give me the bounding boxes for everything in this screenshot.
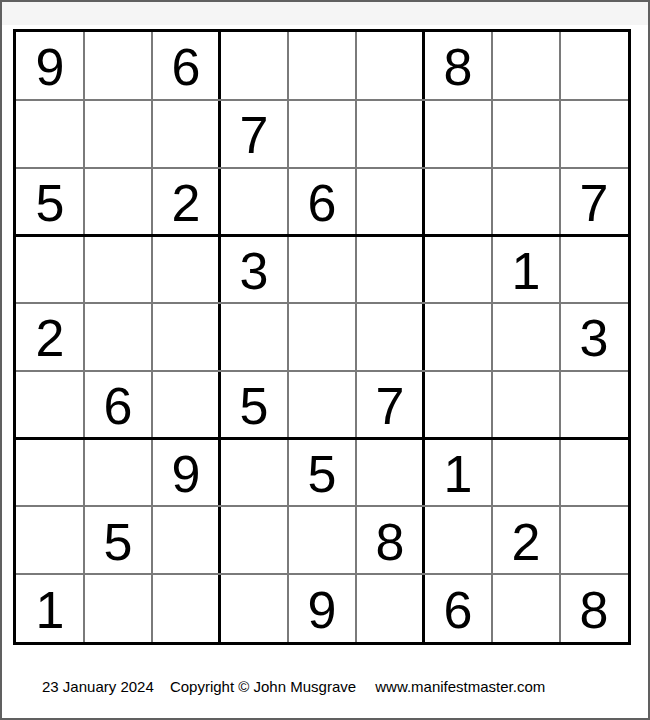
cell-r5c4[interactable] [220,303,288,371]
sudoku-grid: 9687526731236579515821968 [13,29,631,645]
cell-r4c7[interactable] [424,235,492,303]
cell-r5c9[interactable]: 3 [560,303,628,371]
cell-r8c4[interactable] [220,506,288,574]
cell-r2c7[interactable] [424,100,492,168]
cell-r7c5[interactable]: 5 [288,439,356,507]
cell-r6c1[interactable] [16,371,84,439]
cell-r3c4[interactable] [220,168,288,236]
cell-r2c6[interactable] [356,100,424,168]
given-digit: 2 [36,312,65,364]
sudoku-cells: 9687526731236579515821968 [16,32,628,642]
given-digit: 7 [240,109,269,161]
cell-r6c5[interactable] [288,371,356,439]
cell-r7c9[interactable] [560,439,628,507]
footer-copyright: Copyright © John Musgrave [170,678,356,695]
given-digit: 9 [172,448,201,500]
cell-r3c8[interactable] [492,168,560,236]
given-digit: 8 [580,584,609,636]
given-digit: 3 [240,245,269,297]
cell-r6c7[interactable] [424,371,492,439]
cell-r8c6[interactable]: 8 [356,506,424,574]
cell-r3c2[interactable] [84,168,152,236]
given-digit: 6 [308,177,337,229]
cell-r7c7[interactable]: 1 [424,439,492,507]
cell-r4c5[interactable] [288,235,356,303]
cell-r1c8[interactable] [492,32,560,100]
cell-r1c3[interactable]: 6 [152,32,220,100]
cell-r7c8[interactable] [492,439,560,507]
cell-r8c5[interactable] [288,506,356,574]
cell-r1c4[interactable] [220,32,288,100]
footer: 23 January 2024 Copyright © John Musgrav… [42,678,545,695]
cell-r5c3[interactable] [152,303,220,371]
cell-r7c2[interactable] [84,439,152,507]
cell-r6c9[interactable] [560,371,628,439]
cell-r2c5[interactable] [288,100,356,168]
cell-r3c5[interactable]: 6 [288,168,356,236]
sudoku-page: 9687526731236579515821968 23 January 202… [0,0,650,720]
given-digit: 5 [240,380,269,432]
cell-r4c4[interactable]: 3 [220,235,288,303]
cell-r8c9[interactable] [560,506,628,574]
given-digit: 7 [580,177,609,229]
cell-r2c9[interactable] [560,100,628,168]
cell-r5c8[interactable] [492,303,560,371]
cell-r6c3[interactable] [152,371,220,439]
cell-r5c7[interactable] [424,303,492,371]
cell-r6c2[interactable]: 6 [84,371,152,439]
cell-r7c4[interactable] [220,439,288,507]
cell-r5c1[interactable]: 2 [16,303,84,371]
cell-r5c6[interactable] [356,303,424,371]
cell-r9c1[interactable]: 1 [16,574,84,642]
given-digit: 5 [308,448,337,500]
given-digit: 1 [444,448,473,500]
cell-r1c1[interactable]: 9 [16,32,84,100]
cell-r8c1[interactable] [16,506,84,574]
cell-r7c3[interactable]: 9 [152,439,220,507]
cell-r1c7[interactable]: 8 [424,32,492,100]
cell-r2c8[interactable] [492,100,560,168]
cell-r4c3[interactable] [152,235,220,303]
cell-r4c2[interactable] [84,235,152,303]
given-digit: 5 [104,516,133,568]
cell-r6c4[interactable]: 5 [220,371,288,439]
given-digit: 9 [36,41,65,93]
cell-r4c8[interactable]: 1 [492,235,560,303]
given-digit: 2 [512,516,541,568]
cell-r4c1[interactable] [16,235,84,303]
given-digit: 7 [376,380,405,432]
cell-r8c3[interactable] [152,506,220,574]
cell-r9c4[interactable] [220,574,288,642]
given-digit: 6 [104,380,133,432]
cell-r2c3[interactable] [152,100,220,168]
cell-r1c5[interactable] [288,32,356,100]
cell-r9c9[interactable]: 8 [560,574,628,642]
cell-r6c6[interactable]: 7 [356,371,424,439]
given-digit: 3 [580,312,609,364]
cell-r2c2[interactable] [84,100,152,168]
cell-r6c8[interactable] [492,371,560,439]
cell-r3c1[interactable]: 5 [16,168,84,236]
cell-r8c7[interactable] [424,506,492,574]
cell-r7c6[interactable] [356,439,424,507]
cell-r9c2[interactable] [84,574,152,642]
cell-r1c6[interactable] [356,32,424,100]
cell-r4c9[interactable] [560,235,628,303]
cell-r5c5[interactable] [288,303,356,371]
cell-r9c8[interactable] [492,574,560,642]
given-digit: 5 [36,177,65,229]
cell-r4c6[interactable] [356,235,424,303]
given-digit: 9 [308,584,337,636]
given-digit: 8 [376,516,405,568]
cell-r1c2[interactable] [84,32,152,100]
given-digit: 2 [172,177,201,229]
cell-r1c9[interactable] [560,32,628,100]
given-digit: 1 [512,245,541,297]
cell-r3c9[interactable]: 7 [560,168,628,236]
cell-r9c7[interactable]: 6 [424,574,492,642]
cell-r9c5[interactable]: 9 [288,574,356,642]
given-digit: 1 [36,584,65,636]
top-gray-bar [2,2,648,25]
footer-website: www.manifestmaster.com [375,678,545,695]
cell-r8c8[interactable]: 2 [492,506,560,574]
cell-r7c1[interactable] [16,439,84,507]
cell-r8c2[interactable]: 5 [84,506,152,574]
cell-r9c3[interactable] [152,574,220,642]
given-digit: 8 [444,41,473,93]
cell-r3c6[interactable] [356,168,424,236]
footer-date: 23 January 2024 [42,678,154,695]
cell-r9c6[interactable] [356,574,424,642]
cell-r2c1[interactable] [16,100,84,168]
given-digit: 6 [172,41,201,93]
cell-r3c3[interactable]: 2 [152,168,220,236]
cell-r2c4[interactable]: 7 [220,100,288,168]
cell-r3c7[interactable] [424,168,492,236]
cell-r5c2[interactable] [84,303,152,371]
given-digit: 6 [444,584,473,636]
